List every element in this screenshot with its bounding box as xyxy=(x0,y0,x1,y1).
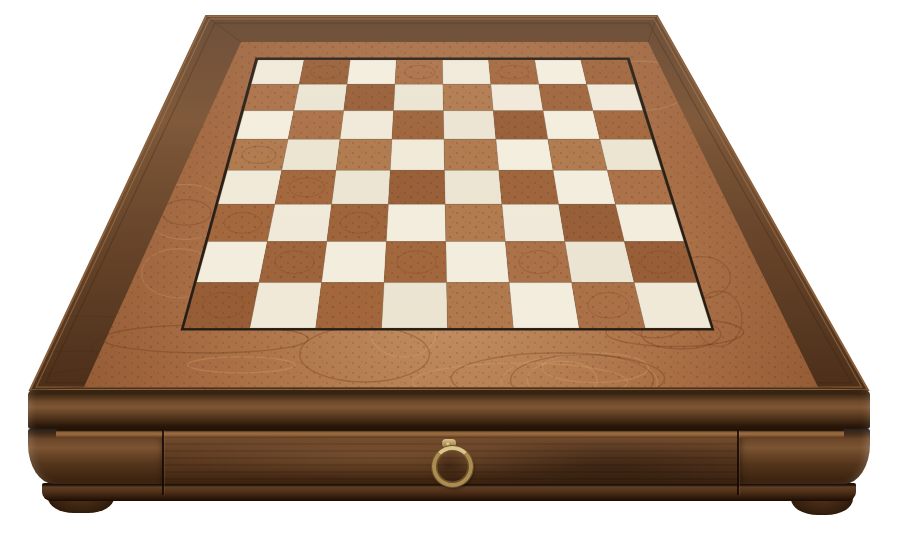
cabinet-front xyxy=(0,0,900,534)
drawer-ledge xyxy=(56,429,844,438)
bullnose-molding xyxy=(28,390,870,429)
drawer-seam-right xyxy=(737,430,739,495)
drawer-seam-left xyxy=(162,430,164,495)
brass-ring-pull-icon xyxy=(432,446,473,487)
product-photo-chessboard-cabinet xyxy=(0,0,900,534)
